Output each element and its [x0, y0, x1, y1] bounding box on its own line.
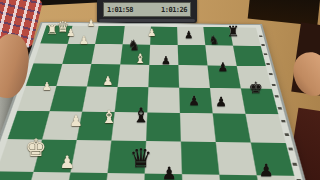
photo-scene: 1:01:58 1:01:26 ♜♛♟♟♟♝♟♟♝♚♟♞♟♞♜♟♟♚♟♟♝♛♟♟…: [0, 0, 320, 180]
clock-left-time: 1:01:58: [107, 6, 133, 14]
piece-black-pawn-g5[interactable]: ♟: [161, 165, 176, 180]
piece-black-pawn-d7[interactable]: ♟: [215, 95, 227, 108]
square-c2[interactable]: [56, 64, 91, 87]
piece-black-pawn-h7[interactable]: ♟: [258, 162, 273, 179]
chess-clock[interactable]: 1:01:58 1:01:26: [97, 0, 197, 23]
piece-black-knight-b4[interactable]: ♞: [128, 38, 141, 52]
piece-black-pawn-c7[interactable]: ♟: [218, 61, 229, 73]
piece-white-pawn-e2[interactable]: ♟: [69, 114, 82, 129]
square-f6[interactable]: [181, 142, 219, 175]
clock-base: [99, 19, 195, 22]
captured-piece-white-pawn[interactable]: ♟: [42, 81, 52, 92]
clock-right-time: 1:01:26: [161, 6, 187, 14]
piece-white-pawn-d3[interactable]: ♟: [103, 75, 114, 87]
square-g6[interactable]: [182, 174, 223, 180]
piece-black-king-c8[interactable]: ♚: [249, 80, 263, 96]
piece-black-pawn-a6[interactable]: ♟: [185, 30, 194, 40]
square-f3[interactable]: [70, 140, 111, 173]
square-g3[interactable]: [63, 172, 107, 180]
piece-white-pawn-g2[interactable]: ♟: [59, 154, 74, 171]
piece-black-pawn-e6[interactable]: ♟: [188, 94, 200, 107]
piece-black-knight-b7[interactable]: ♞: [209, 34, 220, 46]
square-d2[interactable]: [50, 86, 87, 112]
piece-white-pawn-a2[interactable]: ♟: [67, 28, 76, 38]
square-d5[interactable]: [147, 87, 180, 113]
clock-lcd-display: 1:01:58 1:01:26: [103, 2, 191, 17]
captured-piece-white-pawn[interactable]: ♟: [87, 19, 95, 28]
square-b6[interactable]: [178, 45, 208, 66]
square-g1[interactable]: [0, 171, 33, 180]
square-a3[interactable]: [95, 26, 125, 44]
square-c4[interactable]: [118, 64, 150, 87]
square-e5[interactable]: [146, 112, 181, 141]
piece-white-king-f1[interactable]: ♚: [25, 136, 47, 160]
square-b8[interactable]: [233, 46, 266, 67]
square-b3[interactable]: [91, 44, 122, 64]
piece-black-pawn-c5[interactable]: ♟: [161, 55, 171, 66]
piece-white-bishop-e3[interactable]: ♝: [101, 108, 117, 126]
piece-black-rook-a8[interactable]: ♜: [227, 24, 240, 38]
square-c5[interactable]: [148, 65, 179, 88]
square-e7[interactable]: [213, 113, 251, 142]
square-c6[interactable]: [178, 65, 210, 88]
square-g4[interactable]: [103, 173, 145, 180]
piece-black-queen-f4[interactable]: ♛: [129, 145, 152, 171]
piece-black-bishop-e4[interactable]: ♝: [132, 105, 150, 125]
square-e6[interactable]: [180, 113, 216, 142]
piece-white-pawn-a5[interactable]: ♟: [148, 28, 157, 38]
piece-white-pawn-b2[interactable]: ♟: [79, 35, 89, 46]
piece-white-bishop-c4[interactable]: ♝: [134, 52, 146, 65]
